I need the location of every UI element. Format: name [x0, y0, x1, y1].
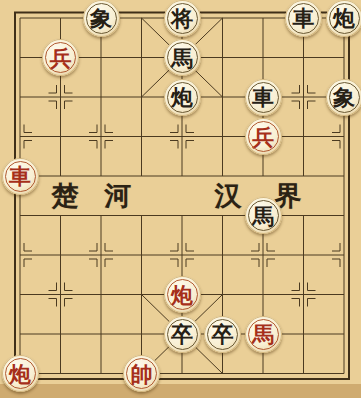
piece-black-general[interactable]: 将	[164, 0, 201, 37]
board-point: 帥	[121, 354, 162, 394]
board-point: 象	[324, 77, 361, 117]
piece-red-chariot[interactable]: 車	[2, 158, 39, 195]
board-point: 馬	[243, 314, 284, 354]
piece-red-soldier[interactable]: 兵	[245, 118, 282, 155]
board-point: 車	[0, 156, 40, 196]
board-point: 象	[81, 0, 122, 38]
board-point: 炮	[162, 275, 203, 315]
piece-grid: 象将車炮兵馬炮車象兵車馬炮卒卒馬炮帥	[0, 0, 361, 393]
board-point: 炮	[0, 354, 40, 394]
piece-black-elephant[interactable]: 象	[326, 79, 361, 116]
screenshot-root: 楚 河 汉 界 象将車炮兵馬炮車象兵車馬炮卒卒馬炮帥	[0, 0, 361, 398]
piece-black-cannon[interactable]: 炮	[326, 0, 361, 37]
board-point: 卒	[162, 314, 203, 354]
piece-red-cannon[interactable]: 炮	[2, 355, 39, 392]
board-point: 兵	[40, 38, 81, 78]
piece-black-chariot[interactable]: 車	[245, 79, 282, 116]
board-point: 車	[243, 77, 284, 117]
piece-black-soldier[interactable]: 卒	[164, 316, 201, 353]
piece-black-chariot[interactable]: 車	[285, 0, 322, 37]
board-point: 兵	[243, 117, 284, 157]
board-point: 卒	[202, 314, 243, 354]
piece-red-cannon[interactable]: 炮	[164, 276, 201, 313]
board-point: 炮	[324, 0, 361, 38]
board-point: 将	[162, 0, 203, 38]
piece-black-horse[interactable]: 馬	[164, 39, 201, 76]
board-point: 炮	[162, 77, 203, 117]
piece-black-soldier[interactable]: 卒	[204, 316, 241, 353]
board-point: 馬	[243, 196, 284, 236]
xiangqi-board: 楚 河 汉 界 象将車炮兵馬炮車象兵車馬炮卒卒馬炮帥	[0, 0, 361, 398]
piece-black-cannon[interactable]: 炮	[164, 79, 201, 116]
piece-red-general[interactable]: 帥	[123, 355, 160, 392]
piece-red-soldier[interactable]: 兵	[42, 39, 79, 76]
board-point: 馬	[162, 38, 203, 78]
piece-black-elephant[interactable]: 象	[83, 0, 120, 37]
board-point: 車	[283, 0, 324, 38]
piece-black-horse[interactable]: 馬	[245, 197, 282, 234]
piece-red-horse[interactable]: 馬	[245, 316, 282, 353]
